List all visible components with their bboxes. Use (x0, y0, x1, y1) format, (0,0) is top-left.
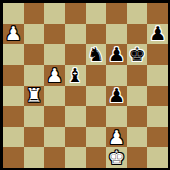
square-e7[interactable] (86, 24, 107, 45)
square-f5[interactable] (106, 65, 127, 86)
black-pawn: ♟ (149, 24, 166, 43)
square-e5[interactable] (86, 65, 107, 86)
square-a3[interactable] (3, 106, 24, 127)
square-e3[interactable] (86, 106, 107, 127)
square-g4[interactable] (127, 86, 148, 107)
square-g3[interactable] (127, 106, 148, 127)
square-a1[interactable] (3, 147, 24, 168)
square-a2[interactable] (3, 127, 24, 148)
square-f8[interactable] (106, 3, 127, 24)
white-pawn: ♟ (46, 66, 63, 85)
square-b8[interactable] (24, 3, 45, 24)
square-f3[interactable] (106, 106, 127, 127)
square-a6[interactable] (3, 44, 24, 65)
square-b6[interactable] (24, 44, 45, 65)
square-e6[interactable]: ♞ (86, 44, 107, 65)
square-g5[interactable] (127, 65, 148, 86)
black-pawn: ♟ (108, 86, 125, 105)
square-d4[interactable] (65, 86, 86, 107)
square-e8[interactable] (86, 3, 107, 24)
square-h7[interactable]: ♟ (147, 24, 168, 45)
square-g1[interactable] (127, 147, 148, 168)
square-a5[interactable] (3, 65, 24, 86)
square-b5[interactable] (24, 65, 45, 86)
square-a4[interactable] (3, 86, 24, 107)
square-c5[interactable]: ♟ (44, 65, 65, 86)
square-f4[interactable]: ♟ (106, 86, 127, 107)
square-e4[interactable] (86, 86, 107, 107)
square-g7[interactable] (127, 24, 148, 45)
square-b4[interactable]: ♜ (24, 86, 45, 107)
square-a8[interactable] (3, 3, 24, 24)
square-f2[interactable]: ♟ (106, 127, 127, 148)
black-knight: ♞ (87, 45, 104, 64)
board-frame: ♟♟♞♟♚♟♝♜♟♟♚ (0, 0, 170, 170)
square-f7[interactable] (106, 24, 127, 45)
square-b3[interactable] (24, 106, 45, 127)
square-d6[interactable] (65, 44, 86, 65)
square-d7[interactable] (65, 24, 86, 45)
square-e2[interactable] (86, 127, 107, 148)
square-c7[interactable] (44, 24, 65, 45)
square-c1[interactable] (44, 147, 65, 168)
square-c3[interactable] (44, 106, 65, 127)
square-b7[interactable] (24, 24, 45, 45)
square-a7[interactable]: ♟ (3, 24, 24, 45)
white-pawn: ♟ (5, 24, 22, 43)
square-g2[interactable] (127, 127, 148, 148)
square-c6[interactable] (44, 44, 65, 65)
square-c2[interactable] (44, 127, 65, 148)
black-king: ♚ (129, 45, 146, 64)
square-h8[interactable] (147, 3, 168, 24)
white-king: ♚ (108, 148, 125, 167)
square-e1[interactable] (86, 147, 107, 168)
square-d5[interactable]: ♝ (65, 65, 86, 86)
white-pawn: ♟ (108, 128, 125, 147)
square-f1[interactable]: ♚ (106, 147, 127, 168)
square-d8[interactable] (65, 3, 86, 24)
square-d2[interactable] (65, 127, 86, 148)
black-bishop: ♝ (67, 66, 84, 85)
black-pawn: ♟ (108, 45, 125, 64)
square-d1[interactable] (65, 147, 86, 168)
square-c8[interactable] (44, 3, 65, 24)
white-rook: ♜ (25, 86, 42, 105)
square-f6[interactable]: ♟ (106, 44, 127, 65)
square-b1[interactable] (24, 147, 45, 168)
square-g8[interactable] (127, 3, 148, 24)
square-b2[interactable] (24, 127, 45, 148)
square-h2[interactable] (147, 127, 168, 148)
square-h3[interactable] (147, 106, 168, 127)
square-h1[interactable] (147, 147, 168, 168)
square-d3[interactable] (65, 106, 86, 127)
chess-board: ♟♟♞♟♚♟♝♜♟♟♚ (3, 3, 168, 168)
square-c4[interactable] (44, 86, 65, 107)
square-g6[interactable]: ♚ (127, 44, 148, 65)
square-h6[interactable] (147, 44, 168, 65)
square-h4[interactable] (147, 86, 168, 107)
square-h5[interactable] (147, 65, 168, 86)
